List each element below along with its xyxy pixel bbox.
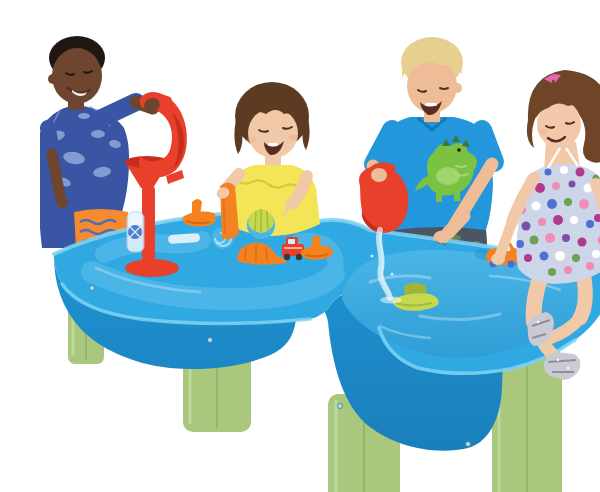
dino-leg [454,191,460,201]
product-photo [40,16,600,492]
teeth [425,103,437,106]
ear [48,74,58,84]
left-hand-on-car [491,253,505,265]
dino-leg [436,192,442,202]
teeth [268,143,278,146]
blush [288,134,298,140]
dino-eye [457,148,461,152]
boy-blond-fist [371,168,387,182]
splash [380,297,402,304]
ear [452,83,462,93]
blush [539,129,548,135]
dino-belly [436,167,460,185]
blush [247,137,257,143]
left-sleeve [482,130,494,162]
photo-canvas [40,16,600,492]
left-hand [56,196,68,208]
face [52,48,102,104]
